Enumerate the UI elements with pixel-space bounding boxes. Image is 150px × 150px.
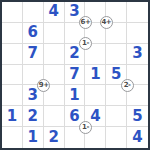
cell-r1c3[interactable]: 4 (44, 2, 65, 23)
cell-r7c3[interactable]: 2 (44, 127, 65, 148)
given-digit: 2 (69, 46, 79, 61)
cell-r1c2[interactable] (23, 2, 44, 23)
given-digit: 4 (48, 4, 58, 19)
cell-r3c1[interactable] (2, 44, 23, 65)
given-digit: 3 (69, 4, 79, 19)
given-digit: 1 (69, 88, 79, 103)
cell-r7c2[interactable]: 1 (23, 127, 44, 148)
mathrax-clue-circle: 1- (79, 121, 92, 134)
cell-r2c1[interactable] (2, 23, 23, 44)
cell-r2c2[interactable]: 6 (23, 23, 44, 44)
cell-r7c1[interactable] (2, 127, 23, 148)
cell-r4c5[interactable]: 1 (85, 65, 106, 86)
cell-r4c1[interactable] (2, 65, 23, 86)
cell-r5c1[interactable] (2, 85, 23, 106)
cell-r3c7[interactable]: 3 (127, 44, 148, 65)
given-digit: 2 (48, 130, 58, 145)
cell-r6c1[interactable]: 1 (2, 106, 23, 127)
cell-r3c6[interactable] (106, 44, 127, 65)
grid-cells: 4367237153112645124 (2, 2, 148, 148)
cell-r6c3[interactable] (44, 106, 65, 127)
given-digit: 4 (90, 109, 100, 124)
cell-r5c4[interactable]: 1 (65, 85, 86, 106)
cell-r6c2[interactable]: 2 (23, 106, 44, 127)
cell-r1c7[interactable] (127, 2, 148, 23)
given-digit: 3 (28, 88, 38, 103)
cell-r6c7[interactable]: 5 (127, 106, 148, 127)
cell-r3c3[interactable] (44, 44, 65, 65)
given-digit: 7 (69, 67, 79, 82)
given-digit: 5 (111, 67, 121, 82)
cell-r4c4[interactable]: 7 (65, 65, 86, 86)
given-digit: 4 (132, 130, 142, 145)
given-digit: 1 (7, 109, 17, 124)
cell-r6c6[interactable] (106, 106, 127, 127)
cell-r7c6[interactable] (106, 127, 127, 148)
mathrax-board: 4367237153112645124 6+4+1-9+2-1- (0, 0, 150, 150)
cell-r2c7[interactable] (127, 23, 148, 44)
given-digit: 6 (69, 109, 79, 124)
given-digit: 1 (28, 130, 38, 145)
given-digit: 3 (132, 46, 142, 61)
cell-r7c7[interactable]: 4 (127, 127, 148, 148)
cell-r3c2[interactable]: 7 (23, 44, 44, 65)
mathrax-clue-circle: 2- (121, 79, 134, 92)
cell-r2c3[interactable] (44, 23, 65, 44)
given-digit: 7 (28, 46, 38, 61)
cell-r5c5[interactable] (85, 85, 106, 106)
given-digit: 2 (28, 109, 38, 124)
cell-r1c1[interactable] (2, 2, 23, 23)
given-digit: 5 (132, 109, 142, 124)
given-digit: 6 (28, 25, 38, 40)
given-digit: 1 (90, 67, 100, 82)
